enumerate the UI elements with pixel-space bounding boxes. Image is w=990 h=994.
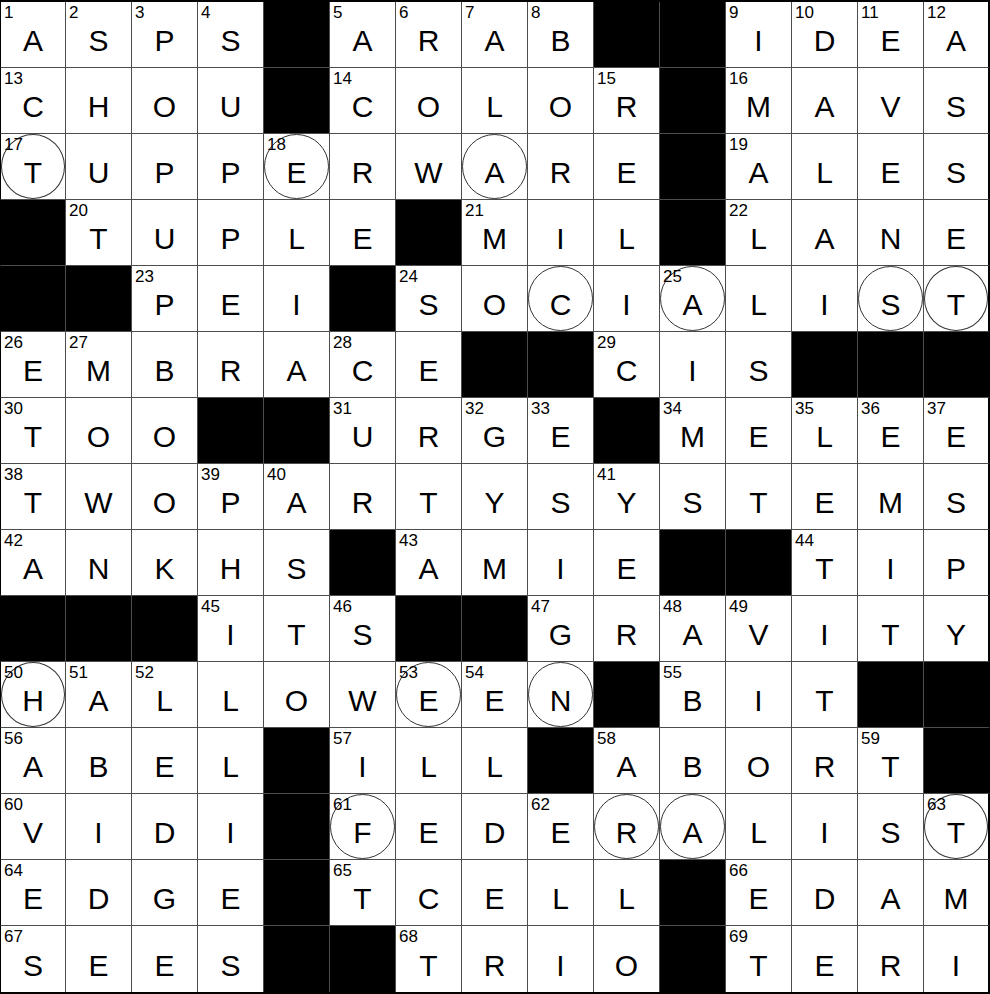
cell-r5c3[interactable]: 23P bbox=[132, 266, 198, 332]
cell-r15c8[interactable]: R bbox=[462, 926, 528, 992]
cell-r9c2[interactable]: N bbox=[66, 530, 132, 596]
cell-r9c8[interactable]: M bbox=[462, 530, 528, 596]
cell-letter: I bbox=[858, 554, 923, 584]
cell-r12c1[interactable]: 56A bbox=[0, 728, 66, 794]
cell-r1c1[interactable]: 1A bbox=[0, 2, 66, 68]
cell-letter: I bbox=[792, 290, 857, 320]
cell-r7c14[interactable]: 36E bbox=[858, 398, 924, 464]
cell-r8c5[interactable]: 40A bbox=[264, 464, 330, 530]
cell-r8c3[interactable]: O bbox=[132, 464, 198, 530]
cell-r11c2[interactable]: 51A bbox=[66, 662, 132, 728]
cell-letter: C bbox=[330, 356, 395, 386]
clue-number: 34 bbox=[663, 398, 682, 419]
cell-r12c6[interactable]: 57I bbox=[330, 728, 396, 794]
cell-r1c4[interactable]: 4S bbox=[198, 2, 264, 68]
cell-r7c9[interactable]: 33E bbox=[528, 398, 594, 464]
cell-r2c6[interactable]: 14C bbox=[330, 68, 396, 134]
block-r13c5 bbox=[264, 794, 330, 860]
cell-r11c4[interactable]: L bbox=[198, 662, 264, 728]
cell-r8c1[interactable]: 38T bbox=[0, 464, 66, 530]
cell-r10c6[interactable]: 46S bbox=[330, 596, 396, 662]
cell-letter: W bbox=[396, 158, 461, 188]
cell-r6c10[interactable]: 29C bbox=[594, 332, 660, 398]
cell-r4c15[interactable]: E bbox=[924, 200, 990, 266]
cell-r8c11[interactable]: S bbox=[660, 464, 726, 530]
cell-letter: A bbox=[660, 620, 725, 650]
cell-letter: S bbox=[924, 92, 988, 122]
cell-r12c7[interactable]: L bbox=[396, 728, 462, 794]
cell-letter: R bbox=[462, 951, 527, 981]
cell-letter: E bbox=[132, 752, 197, 782]
cell-r5c8[interactable]: O bbox=[462, 266, 528, 332]
clue-number: 4 bbox=[201, 2, 210, 23]
cell-r2c14[interactable]: V bbox=[858, 68, 924, 134]
cell-r2c2[interactable]: H bbox=[66, 68, 132, 134]
cell-r8c8[interactable]: Y bbox=[462, 464, 528, 530]
cell-r1c13[interactable]: 10D bbox=[792, 2, 858, 68]
cell-letter: O bbox=[132, 92, 197, 122]
clue-number: 25 bbox=[663, 266, 682, 287]
cell-letter: L bbox=[594, 884, 659, 914]
cell-r6c3[interactable]: B bbox=[132, 332, 198, 398]
block-r12c5 bbox=[264, 728, 330, 794]
block-r4c7 bbox=[396, 200, 462, 266]
cell-r11c3[interactable]: 52L bbox=[132, 662, 198, 728]
clue-number: 69 bbox=[729, 926, 748, 947]
cell-letter: B bbox=[660, 752, 725, 782]
clue-number: 24 bbox=[399, 266, 418, 287]
cell-r5c13[interactable]: I bbox=[792, 266, 858, 332]
cell-r5c12[interactable]: L bbox=[726, 266, 792, 332]
cell-r5c14[interactable]: S bbox=[858, 266, 924, 332]
cell-letter: L bbox=[396, 752, 461, 782]
cell-r3c5[interactable]: 18E bbox=[264, 134, 330, 200]
cell-letter: T bbox=[726, 951, 791, 981]
cell-r1c6[interactable]: 5A bbox=[330, 2, 396, 68]
cell-r4c10[interactable]: L bbox=[594, 200, 660, 266]
clue-number: 31 bbox=[333, 398, 352, 419]
cell-r4c3[interactable]: U bbox=[132, 200, 198, 266]
cell-letter: A bbox=[462, 158, 527, 188]
cell-r1c7[interactable]: 6R bbox=[396, 2, 462, 68]
cell-r11c13[interactable]: T bbox=[792, 662, 858, 728]
cell-r15c10[interactable]: O bbox=[594, 926, 660, 992]
clue-number: 3 bbox=[135, 2, 144, 23]
cell-r1c9[interactable]: 8B bbox=[528, 2, 594, 68]
cell-r14c2[interactable]: D bbox=[66, 860, 132, 926]
cell-letter: H bbox=[66, 92, 131, 122]
cell-r10c5[interactable]: T bbox=[264, 596, 330, 662]
crossword-board: 1A2S3P4S5A6R7A8B9I10D11E12A13CHOU14COLO1… bbox=[0, 0, 990, 994]
cell-r6c7[interactable]: E bbox=[396, 332, 462, 398]
cell-letter: D bbox=[792, 884, 857, 914]
cell-r13c4[interactable]: I bbox=[198, 794, 264, 860]
cell-r12c3[interactable]: E bbox=[132, 728, 198, 794]
cell-r9c13[interactable]: 44T bbox=[792, 530, 858, 596]
cell-r9c7[interactable]: 43A bbox=[396, 530, 462, 596]
cell-r4c4[interactable]: P bbox=[198, 200, 264, 266]
cell-r14c7[interactable]: C bbox=[396, 860, 462, 926]
cell-r2c8[interactable]: L bbox=[462, 68, 528, 134]
cell-r15c2[interactable]: E bbox=[66, 926, 132, 992]
cell-r14c10[interactable]: L bbox=[594, 860, 660, 926]
cell-r15c12[interactable]: 69T bbox=[726, 926, 792, 992]
clue-number: 7 bbox=[465, 2, 474, 23]
cell-letter: I bbox=[528, 554, 593, 584]
clue-number: 56 bbox=[4, 728, 23, 749]
cell-r7c7[interactable]: R bbox=[396, 398, 462, 464]
cell-letter: E bbox=[726, 884, 791, 914]
block-r15c11 bbox=[660, 926, 726, 992]
cell-r10c13[interactable]: I bbox=[792, 596, 858, 662]
cell-r5c7[interactable]: 24S bbox=[396, 266, 462, 332]
cell-r14c3[interactable]: G bbox=[132, 860, 198, 926]
cell-r10c9[interactable]: 47G bbox=[528, 596, 594, 662]
cell-letter: U bbox=[198, 92, 263, 122]
cell-r3c13[interactable]: L bbox=[792, 134, 858, 200]
cell-r12c10[interactable]: 58A bbox=[594, 728, 660, 794]
clue-number: 26 bbox=[4, 332, 23, 353]
cell-letter: A bbox=[462, 26, 527, 56]
cell-letter: A bbox=[924, 26, 988, 56]
cell-letter: R bbox=[594, 620, 659, 650]
cell-letter: L bbox=[726, 290, 791, 320]
cell-r2c4[interactable]: U bbox=[198, 68, 264, 134]
cell-r2c7[interactable]: O bbox=[396, 68, 462, 134]
cell-r10c4[interactable]: 45I bbox=[198, 596, 264, 662]
cell-letter: I bbox=[528, 224, 593, 254]
cell-r8c12[interactable]: T bbox=[726, 464, 792, 530]
cell-letter: E bbox=[264, 158, 329, 188]
cell-r2c9[interactable]: O bbox=[528, 68, 594, 134]
cell-r3c3[interactable]: P bbox=[132, 134, 198, 200]
cell-r10c14[interactable]: T bbox=[858, 596, 924, 662]
block-r1c10 bbox=[594, 2, 660, 68]
cell-r4c6[interactable]: E bbox=[330, 200, 396, 266]
cell-r10c15[interactable]: Y bbox=[924, 596, 990, 662]
clue-number: 68 bbox=[399, 926, 418, 947]
cell-r1c3[interactable]: 3P bbox=[132, 2, 198, 68]
cell-letter: O bbox=[132, 422, 197, 452]
cell-r15c3[interactable]: E bbox=[132, 926, 198, 992]
cell-letter: R bbox=[396, 26, 461, 56]
clue-number: 58 bbox=[597, 728, 616, 749]
cell-r3c1[interactable]: 17T bbox=[0, 134, 66, 200]
cell-r14c4[interactable]: E bbox=[198, 860, 264, 926]
cell-letter: N bbox=[528, 686, 593, 716]
cell-r11c11[interactable]: 55B bbox=[660, 662, 726, 728]
block-r14c5 bbox=[264, 860, 330, 926]
cell-r12c4[interactable]: L bbox=[198, 728, 264, 794]
cell-r6c4[interactable]: R bbox=[198, 332, 264, 398]
cell-letter: E bbox=[792, 951, 857, 981]
cell-r13c6[interactable]: 61F bbox=[330, 794, 396, 860]
cell-r7c15[interactable]: 37E bbox=[924, 398, 990, 464]
cell-letter: R bbox=[528, 158, 593, 188]
cell-letter: N bbox=[858, 224, 923, 254]
block-r15c6 bbox=[330, 926, 396, 992]
cell-r2c15[interactable]: S bbox=[924, 68, 990, 134]
cell-letter: P bbox=[198, 488, 263, 518]
clue-number: 47 bbox=[531, 596, 550, 617]
cell-r1c14[interactable]: 11E bbox=[858, 2, 924, 68]
cell-r7c1[interactable]: 30T bbox=[0, 398, 66, 464]
cell-r2c1[interactable]: 13C bbox=[0, 68, 66, 134]
cell-r8c15[interactable]: S bbox=[924, 464, 990, 530]
cell-r7c3[interactable]: O bbox=[132, 398, 198, 464]
cell-r15c1[interactable]: 67S bbox=[0, 926, 66, 992]
cell-r11c8[interactable]: 54E bbox=[462, 662, 528, 728]
block-r10c1 bbox=[0, 596, 66, 662]
cell-letter: I bbox=[924, 951, 988, 981]
cell-r6c11[interactable]: I bbox=[660, 332, 726, 398]
cell-r12c14[interactable]: 59T bbox=[858, 728, 924, 794]
clue-number: 66 bbox=[729, 860, 748, 881]
cell-r7c11[interactable]: 34M bbox=[660, 398, 726, 464]
cell-r5c9[interactable]: C bbox=[528, 266, 594, 332]
cell-letter: I bbox=[198, 620, 263, 650]
clue-number: 6 bbox=[399, 2, 408, 23]
block-r9c11 bbox=[660, 530, 726, 596]
cell-letter: A bbox=[1, 26, 65, 56]
cell-r13c2[interactable]: I bbox=[66, 794, 132, 860]
cell-r6c1[interactable]: 26E bbox=[0, 332, 66, 398]
cell-r13c1[interactable]: 60V bbox=[0, 794, 66, 860]
cell-r3c15[interactable]: S bbox=[924, 134, 990, 200]
cell-r12c8[interactable]: L bbox=[462, 728, 528, 794]
cell-r13c9[interactable]: 62E bbox=[528, 794, 594, 860]
cell-letter: S bbox=[924, 158, 988, 188]
cell-r1c15[interactable]: 12A bbox=[924, 2, 990, 68]
cell-r6c12[interactable]: S bbox=[726, 332, 792, 398]
cell-letter: I bbox=[528, 951, 593, 981]
cell-r11c12[interactable]: I bbox=[726, 662, 792, 728]
cell-r1c2[interactable]: 2S bbox=[66, 2, 132, 68]
cell-r14c15[interactable]: M bbox=[924, 860, 990, 926]
cell-r10c11[interactable]: 48A bbox=[660, 596, 726, 662]
cell-letter: I bbox=[660, 356, 725, 386]
cell-letter: U bbox=[132, 224, 197, 254]
cell-r9c9[interactable]: I bbox=[528, 530, 594, 596]
cell-letter: M bbox=[462, 224, 527, 254]
cell-letter: E bbox=[594, 158, 659, 188]
cell-r5c4[interactable]: E bbox=[198, 266, 264, 332]
cell-r4c5[interactable]: L bbox=[264, 200, 330, 266]
cell-r10c12[interactable]: 49V bbox=[726, 596, 792, 662]
cell-r1c8[interactable]: 7A bbox=[462, 2, 528, 68]
cell-r13c8[interactable]: D bbox=[462, 794, 528, 860]
cell-r9c15[interactable]: P bbox=[924, 530, 990, 596]
cell-r14c1[interactable]: 64E bbox=[0, 860, 66, 926]
cell-letter: K bbox=[132, 554, 197, 584]
cell-r4c13[interactable]: A bbox=[792, 200, 858, 266]
cell-r11c7[interactable]: 53E bbox=[396, 662, 462, 728]
clue-number: 36 bbox=[861, 398, 880, 419]
cell-r13c13[interactable]: I bbox=[792, 794, 858, 860]
cell-r8c10[interactable]: 41Y bbox=[594, 464, 660, 530]
cell-r4c12[interactable]: 22L bbox=[726, 200, 792, 266]
cell-letter: B bbox=[132, 356, 197, 386]
cell-r12c11[interactable]: B bbox=[660, 728, 726, 794]
cell-r2c12[interactable]: 16M bbox=[726, 68, 792, 134]
cell-r13c14[interactable]: S bbox=[858, 794, 924, 860]
cell-r13c15[interactable]: 63T bbox=[924, 794, 990, 860]
cell-r15c9[interactable]: I bbox=[528, 926, 594, 992]
cell-r14c13[interactable]: D bbox=[792, 860, 858, 926]
cell-r5c15[interactable]: T bbox=[924, 266, 990, 332]
clue-number: 67 bbox=[4, 926, 23, 947]
cell-r13c3[interactable]: D bbox=[132, 794, 198, 860]
cell-letter: T bbox=[1, 488, 65, 518]
cell-r7c12[interactable]: E bbox=[726, 398, 792, 464]
cell-letter: T bbox=[330, 884, 395, 914]
cell-r4c8[interactable]: 21M bbox=[462, 200, 528, 266]
cell-r3c8[interactable]: A bbox=[462, 134, 528, 200]
cell-r13c12[interactable]: L bbox=[726, 794, 792, 860]
cell-r3c14[interactable]: E bbox=[858, 134, 924, 200]
cell-r11c1[interactable]: 50H bbox=[0, 662, 66, 728]
cell-letter: O bbox=[726, 752, 791, 782]
cell-letter: N bbox=[66, 554, 131, 584]
cell-r6c6[interactable]: 28C bbox=[330, 332, 396, 398]
cell-r6c5[interactable]: A bbox=[264, 332, 330, 398]
block-r7c5 bbox=[264, 398, 330, 464]
cell-letter: G bbox=[528, 620, 593, 650]
cell-r5c5[interactable]: I bbox=[264, 266, 330, 332]
cell-r15c14[interactable]: R bbox=[858, 926, 924, 992]
cell-r14c14[interactable]: A bbox=[858, 860, 924, 926]
cell-letter: O bbox=[528, 92, 593, 122]
cell-r14c12[interactable]: 66E bbox=[726, 860, 792, 926]
cell-r12c12[interactable]: O bbox=[726, 728, 792, 794]
cell-r8c4[interactable]: 39P bbox=[198, 464, 264, 530]
block-r11c14 bbox=[858, 662, 924, 728]
cell-r15c13[interactable]: E bbox=[792, 926, 858, 992]
block-r5c6 bbox=[330, 266, 396, 332]
cell-r11c9[interactable]: N bbox=[528, 662, 594, 728]
clue-number: 23 bbox=[135, 266, 154, 287]
cell-letter: R bbox=[792, 752, 857, 782]
cell-r5c11[interactable]: 25A bbox=[660, 266, 726, 332]
cell-r9c5[interactable]: S bbox=[264, 530, 330, 596]
cell-r8c13[interactable]: E bbox=[792, 464, 858, 530]
cell-letter: T bbox=[396, 488, 461, 518]
cell-letter: L bbox=[132, 686, 197, 716]
cell-letter: S bbox=[528, 488, 593, 518]
cell-r2c10[interactable]: 15R bbox=[594, 68, 660, 134]
cell-r11c5[interactable]: O bbox=[264, 662, 330, 728]
cell-r9c3[interactable]: K bbox=[132, 530, 198, 596]
cell-r7c6[interactable]: 31U bbox=[330, 398, 396, 464]
cell-r11c6[interactable]: W bbox=[330, 662, 396, 728]
clue-number: 13 bbox=[4, 68, 23, 89]
cell-r9c14[interactable]: I bbox=[858, 530, 924, 596]
cell-r14c8[interactable]: E bbox=[462, 860, 528, 926]
cell-r3c9[interactable]: R bbox=[528, 134, 594, 200]
cell-r3c7[interactable]: W bbox=[396, 134, 462, 200]
cell-r7c2[interactable]: O bbox=[66, 398, 132, 464]
clue-number: 48 bbox=[663, 596, 682, 617]
cell-r3c4[interactable]: P bbox=[198, 134, 264, 200]
cell-r9c4[interactable]: H bbox=[198, 530, 264, 596]
block-r10c7 bbox=[396, 596, 462, 662]
clue-number: 63 bbox=[927, 794, 946, 815]
cell-r3c6[interactable]: R bbox=[330, 134, 396, 200]
cell-r4c14[interactable]: N bbox=[858, 200, 924, 266]
clue-number: 21 bbox=[465, 200, 484, 221]
cell-r3c2[interactable]: U bbox=[66, 134, 132, 200]
cell-letter: T bbox=[66, 224, 131, 254]
cell-letter: E bbox=[396, 818, 461, 848]
clue-number: 30 bbox=[4, 398, 23, 419]
cell-letter: A bbox=[792, 224, 857, 254]
cell-r8c2[interactable]: W bbox=[66, 464, 132, 530]
cell-letter: I bbox=[726, 686, 791, 716]
cell-r7c13[interactable]: 35L bbox=[792, 398, 858, 464]
cell-letter: O bbox=[132, 488, 197, 518]
cell-r14c6[interactable]: 65T bbox=[330, 860, 396, 926]
cell-letter: I bbox=[264, 290, 329, 320]
cell-letter: I bbox=[594, 290, 659, 320]
clue-number: 32 bbox=[465, 398, 484, 419]
cell-letter: A bbox=[1, 752, 65, 782]
clue-number: 2 bbox=[69, 2, 78, 23]
cell-r8c7[interactable]: T bbox=[396, 464, 462, 530]
clue-number: 40 bbox=[267, 464, 286, 485]
block-r2c5 bbox=[264, 68, 330, 134]
cell-r12c13[interactable]: R bbox=[792, 728, 858, 794]
cell-r4c2[interactable]: 20T bbox=[66, 200, 132, 266]
cell-letter: H bbox=[1, 686, 65, 716]
cell-letter: S bbox=[198, 951, 263, 981]
cell-r7c8[interactable]: 32G bbox=[462, 398, 528, 464]
cell-r15c15[interactable]: I bbox=[924, 926, 990, 992]
cell-r13c11[interactable]: A bbox=[660, 794, 726, 860]
cell-r13c10[interactable]: R bbox=[594, 794, 660, 860]
cell-r3c12[interactable]: 19A bbox=[726, 134, 792, 200]
clue-number: 38 bbox=[4, 464, 23, 485]
cell-letter: V bbox=[858, 92, 923, 122]
clue-number: 8 bbox=[531, 2, 540, 23]
cell-letter: A bbox=[858, 884, 923, 914]
cell-r13c7[interactable]: E bbox=[396, 794, 462, 860]
block-r14c11 bbox=[660, 860, 726, 926]
cell-r2c13[interactable]: A bbox=[792, 68, 858, 134]
cell-r1c12[interactable]: 9I bbox=[726, 2, 792, 68]
cell-r9c10[interactable]: E bbox=[594, 530, 660, 596]
cell-r12c2[interactable]: B bbox=[66, 728, 132, 794]
cell-r8c6[interactable]: R bbox=[330, 464, 396, 530]
cell-r4c9[interactable]: I bbox=[528, 200, 594, 266]
cell-r15c7[interactable]: 68T bbox=[396, 926, 462, 992]
cell-r3c10[interactable]: E bbox=[594, 134, 660, 200]
cell-r9c1[interactable]: 42A bbox=[0, 530, 66, 596]
cell-letter: M bbox=[660, 422, 725, 452]
cell-letter: Y bbox=[924, 620, 988, 650]
cell-r8c9[interactable]: S bbox=[528, 464, 594, 530]
clue-number: 53 bbox=[399, 662, 418, 683]
clue-number: 17 bbox=[4, 134, 23, 155]
cell-r5c10[interactable]: I bbox=[594, 266, 660, 332]
cell-r14c9[interactable]: L bbox=[528, 860, 594, 926]
cell-r15c4[interactable]: S bbox=[198, 926, 264, 992]
cell-letter: B bbox=[660, 686, 725, 716]
clue-number: 44 bbox=[795, 530, 814, 551]
cell-r2c3[interactable]: O bbox=[132, 68, 198, 134]
cell-r6c2[interactable]: 27M bbox=[66, 332, 132, 398]
cell-r8c14[interactable]: M bbox=[858, 464, 924, 530]
cell-r10c10[interactable]: R bbox=[594, 596, 660, 662]
